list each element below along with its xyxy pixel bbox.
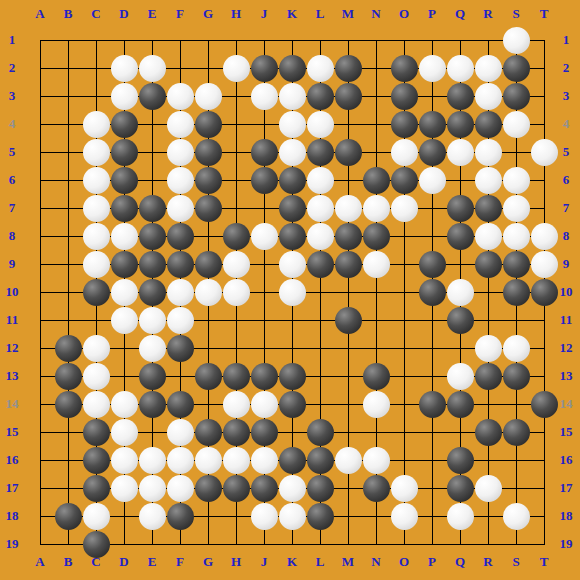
row-label-right-16: 16 (556, 450, 576, 470)
row-label-right-15: 15 (556, 422, 576, 442)
row-label-left-9: 9 (2, 254, 22, 274)
stone-white (391, 503, 418, 530)
stone-white (279, 83, 306, 110)
column-label-top-B: B (58, 4, 78, 24)
column-label-bottom-M: M (338, 552, 358, 572)
stone-white (503, 167, 530, 194)
stone-black (307, 475, 334, 502)
column-label-top-J: J (254, 4, 274, 24)
stone-black (111, 139, 138, 166)
stone-white (111, 55, 138, 82)
row-label-right-2: 2 (556, 58, 576, 78)
column-label-top-G: G (198, 4, 218, 24)
column-label-top-C: C (86, 4, 106, 24)
stone-black (167, 391, 194, 418)
stone-white (391, 139, 418, 166)
stone-white (139, 55, 166, 82)
stone-black (447, 307, 474, 334)
stone-black (503, 279, 530, 306)
stone-white (167, 83, 194, 110)
row-label-left-6: 6 (2, 170, 22, 190)
stone-black (167, 223, 194, 250)
stone-white (167, 139, 194, 166)
column-label-top-R: R (478, 4, 498, 24)
row-label-right-19: 19 (556, 534, 576, 554)
stone-black (279, 55, 306, 82)
stone-white (111, 279, 138, 306)
stone-white (279, 139, 306, 166)
stone-white (111, 419, 138, 446)
column-label-top-K: K (282, 4, 302, 24)
stone-black (55, 391, 82, 418)
stone-white (167, 447, 194, 474)
stone-white (139, 335, 166, 362)
row-label-left-17: 17 (2, 478, 22, 498)
stone-white (167, 167, 194, 194)
stone-black (139, 279, 166, 306)
row-label-right-13: 13 (556, 366, 576, 386)
stone-black (335, 307, 362, 334)
row-label-left-13: 13 (2, 366, 22, 386)
stone-black (195, 251, 222, 278)
stone-black (419, 111, 446, 138)
stone-white (139, 307, 166, 334)
stone-black (391, 111, 418, 138)
stone-black (503, 83, 530, 110)
stone-white (83, 251, 110, 278)
stone-white (223, 55, 250, 82)
stone-white (167, 307, 194, 334)
stone-black (419, 279, 446, 306)
stone-white (475, 139, 502, 166)
stone-black (335, 83, 362, 110)
stone-black (447, 83, 474, 110)
stone-black (447, 475, 474, 502)
stone-black (223, 223, 250, 250)
stone-white (223, 251, 250, 278)
stone-white (195, 83, 222, 110)
stone-black (251, 419, 278, 446)
row-label-right-3: 3 (556, 86, 576, 106)
stone-white (139, 447, 166, 474)
stone-black (475, 363, 502, 390)
stone-white (139, 503, 166, 530)
stone-black (83, 419, 110, 446)
stone-white (335, 447, 362, 474)
column-label-bottom-C: C (86, 552, 106, 572)
stone-white (251, 391, 278, 418)
column-label-bottom-R: R (478, 552, 498, 572)
stone-black (503, 419, 530, 446)
stone-black (139, 251, 166, 278)
stone-white (83, 391, 110, 418)
stone-white (503, 111, 530, 138)
stone-white (419, 167, 446, 194)
stone-black (363, 363, 390, 390)
stone-white (363, 447, 390, 474)
stone-black (167, 335, 194, 362)
stone-white (195, 447, 222, 474)
stone-white (251, 223, 278, 250)
stone-white (531, 251, 558, 278)
row-label-left-15: 15 (2, 422, 22, 442)
stone-white (251, 447, 278, 474)
stone-black (363, 475, 390, 502)
stone-black (279, 447, 306, 474)
column-label-bottom-J: J (254, 552, 274, 572)
stone-white (279, 111, 306, 138)
stone-black (307, 447, 334, 474)
column-label-top-H: H (226, 4, 246, 24)
stone-black (335, 251, 362, 278)
stone-black (307, 83, 334, 110)
stone-white (111, 223, 138, 250)
row-label-left-16: 16 (2, 450, 22, 470)
stone-black (447, 223, 474, 250)
row-label-right-9: 9 (556, 254, 576, 274)
column-label-bottom-F: F (170, 552, 190, 572)
stone-black (251, 475, 278, 502)
stone-white (167, 419, 194, 446)
row-label-left-5: 5 (2, 142, 22, 162)
row-label-left-19: 19 (2, 534, 22, 554)
stone-black (419, 251, 446, 278)
row-label-right-1: 1 (556, 30, 576, 50)
row-label-left-1: 1 (2, 30, 22, 50)
stone-black (195, 195, 222, 222)
go-board-app: AABBCCDDEEFFGGHHJJKKLLMMNNOOPPQQRRSSTT11… (0, 0, 580, 580)
stone-white (475, 475, 502, 502)
stone-black (279, 223, 306, 250)
stone-white (83, 363, 110, 390)
stone-black (111, 251, 138, 278)
stone-white (279, 503, 306, 530)
stone-white (83, 503, 110, 530)
column-label-bottom-Q: Q (450, 552, 470, 572)
stone-white (279, 251, 306, 278)
stone-white (503, 335, 530, 362)
stone-white (83, 335, 110, 362)
stone-black (447, 195, 474, 222)
stone-white (391, 195, 418, 222)
stone-white (83, 111, 110, 138)
stone-white (83, 139, 110, 166)
row-label-left-3: 3 (2, 86, 22, 106)
stone-black (195, 139, 222, 166)
column-label-top-P: P (422, 4, 442, 24)
stone-black (391, 167, 418, 194)
row-label-left-10: 10 (2, 282, 22, 302)
stone-black (307, 251, 334, 278)
row-label-left-8: 8 (2, 226, 22, 246)
stone-black (55, 503, 82, 530)
stone-white (111, 391, 138, 418)
stone-black (195, 167, 222, 194)
stone-black (139, 223, 166, 250)
stone-white (139, 475, 166, 502)
stone-white (251, 83, 278, 110)
stone-black (391, 83, 418, 110)
stone-white (335, 195, 362, 222)
stone-white (307, 223, 334, 250)
stone-black (475, 251, 502, 278)
stone-black (279, 167, 306, 194)
row-label-right-6: 6 (556, 170, 576, 190)
stone-white (111, 447, 138, 474)
stone-white (167, 279, 194, 306)
stone-black (363, 167, 390, 194)
stone-black (223, 419, 250, 446)
row-label-left-12: 12 (2, 338, 22, 358)
stone-white (83, 195, 110, 222)
stone-black (251, 139, 278, 166)
stone-white (83, 167, 110, 194)
stone-black (475, 195, 502, 222)
stone-black (307, 139, 334, 166)
stone-black (335, 139, 362, 166)
stone-black (251, 363, 278, 390)
stone-black (139, 391, 166, 418)
stone-black (307, 503, 334, 530)
stone-black (279, 195, 306, 222)
stone-white (251, 503, 278, 530)
stone-white (447, 139, 474, 166)
stone-white (503, 195, 530, 222)
column-label-top-S: S (506, 4, 526, 24)
stone-white (195, 279, 222, 306)
row-label-right-11: 11 (556, 310, 576, 330)
column-label-top-N: N (366, 4, 386, 24)
row-label-right-14: 14 (556, 394, 576, 414)
column-label-bottom-L: L (310, 552, 330, 572)
stone-black (419, 139, 446, 166)
stone-white (475, 83, 502, 110)
row-label-left-4: 4 (2, 114, 22, 134)
row-label-right-17: 17 (556, 478, 576, 498)
stone-black (335, 223, 362, 250)
column-label-bottom-T: T (534, 552, 554, 572)
stone-white (307, 55, 334, 82)
stone-white (419, 55, 446, 82)
row-label-right-7: 7 (556, 198, 576, 218)
stone-white (475, 223, 502, 250)
row-label-left-7: 7 (2, 198, 22, 218)
column-label-top-D: D (114, 4, 134, 24)
stone-white (83, 223, 110, 250)
stone-white (531, 223, 558, 250)
stone-black (447, 111, 474, 138)
stone-black (195, 363, 222, 390)
stone-black (279, 391, 306, 418)
stone-black (195, 111, 222, 138)
stone-black (167, 503, 194, 530)
stone-white (167, 111, 194, 138)
stone-white (307, 195, 334, 222)
stone-black (447, 391, 474, 418)
stone-black (363, 223, 390, 250)
column-label-bottom-E: E (142, 552, 162, 572)
stone-white (363, 251, 390, 278)
stone-black (139, 363, 166, 390)
stone-white (167, 195, 194, 222)
stone-white (447, 55, 474, 82)
row-label-left-18: 18 (2, 506, 22, 526)
stone-white (223, 391, 250, 418)
stone-black (251, 167, 278, 194)
row-label-left-14: 14 (2, 394, 22, 414)
column-label-bottom-O: O (394, 552, 414, 572)
stone-black (83, 447, 110, 474)
row-label-left-11: 11 (2, 310, 22, 330)
stone-white (363, 195, 390, 222)
column-label-bottom-S: S (506, 552, 526, 572)
stone-black (83, 279, 110, 306)
stone-black (111, 111, 138, 138)
column-label-bottom-K: K (282, 552, 302, 572)
stone-white (475, 167, 502, 194)
row-label-right-12: 12 (556, 338, 576, 358)
row-label-right-5: 5 (556, 142, 576, 162)
column-label-top-E: E (142, 4, 162, 24)
stone-white (223, 279, 250, 306)
stone-white (447, 363, 474, 390)
stone-white (279, 475, 306, 502)
column-label-bottom-P: P (422, 552, 442, 572)
stone-black (475, 111, 502, 138)
stone-black (111, 195, 138, 222)
stone-black (307, 419, 334, 446)
column-label-top-L: L (310, 4, 330, 24)
stone-white (223, 447, 250, 474)
stone-white (503, 223, 530, 250)
column-label-top-A: A (30, 4, 50, 24)
stone-black (139, 83, 166, 110)
stone-black (503, 55, 530, 82)
stone-white (503, 503, 530, 530)
stone-white (447, 279, 474, 306)
column-label-bottom-A: A (30, 552, 50, 572)
stone-black (223, 475, 250, 502)
row-label-right-10: 10 (556, 282, 576, 302)
stone-black (223, 363, 250, 390)
stone-black (55, 335, 82, 362)
column-label-top-T: T (534, 4, 554, 24)
stone-black (111, 167, 138, 194)
stone-black (139, 195, 166, 222)
stone-white (307, 167, 334, 194)
column-label-top-O: O (394, 4, 414, 24)
column-label-top-Q: Q (450, 4, 470, 24)
column-label-bottom-G: G (198, 552, 218, 572)
stone-white (279, 279, 306, 306)
row-label-right-18: 18 (556, 506, 576, 526)
stone-white (503, 27, 530, 54)
stone-white (167, 475, 194, 502)
stone-black (503, 363, 530, 390)
stone-black (195, 419, 222, 446)
stone-white (111, 307, 138, 334)
stone-black (419, 391, 446, 418)
column-label-bottom-B: B (58, 552, 78, 572)
stone-white (531, 139, 558, 166)
stone-white (447, 503, 474, 530)
column-label-top-F: F (170, 4, 190, 24)
stone-black (167, 251, 194, 278)
stone-black (251, 55, 278, 82)
column-label-bottom-N: N (366, 552, 386, 572)
stone-black (531, 391, 558, 418)
stone-white (363, 391, 390, 418)
stone-white (111, 475, 138, 502)
stone-white (475, 335, 502, 362)
stone-black (335, 55, 362, 82)
stone-black (279, 363, 306, 390)
stone-white (111, 83, 138, 110)
stone-white (475, 55, 502, 82)
row-label-right-4: 4 (556, 114, 576, 134)
stone-black (531, 279, 558, 306)
stone-black (391, 55, 418, 82)
column-label-bottom-H: H (226, 552, 246, 572)
stone-white (391, 475, 418, 502)
stone-white (307, 111, 334, 138)
stone-black (447, 447, 474, 474)
stone-black (475, 419, 502, 446)
column-label-bottom-D: D (114, 552, 134, 572)
stone-black (83, 475, 110, 502)
stone-black (55, 363, 82, 390)
column-label-top-M: M (338, 4, 358, 24)
stone-black (195, 475, 222, 502)
row-label-left-2: 2 (2, 58, 22, 78)
row-label-right-8: 8 (556, 226, 576, 246)
stone-black (503, 251, 530, 278)
